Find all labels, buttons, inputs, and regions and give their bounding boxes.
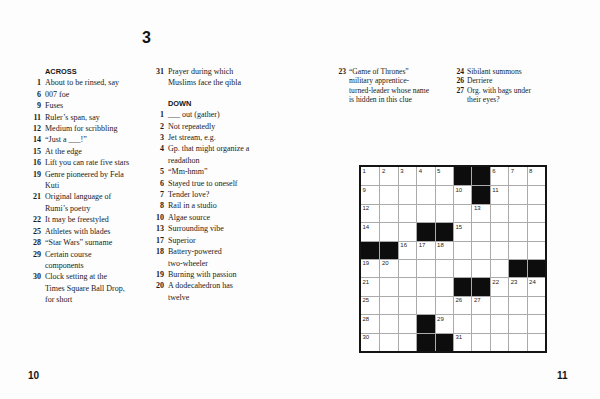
clue-text: Fuses [45, 101, 63, 110]
grid-cell[interactable] [508, 333, 526, 351]
down-clues-24-27-list: 24Sibilant summons26Derriere27Org. with … [455, 67, 577, 105]
grid-cell[interactable]: 19 [361, 259, 379, 277]
book-spread: 3 ACROSS 1About to be rinsed, say6007 fo… [0, 0, 600, 399]
grid-cell[interactable] [527, 296, 545, 314]
black-cell [453, 277, 471, 295]
grid-cell[interactable] [490, 222, 508, 240]
cell-number: 26 [455, 297, 462, 303]
across-clue-1: 1About to be rinsed, say [28, 77, 154, 88]
clue-text: It may be freestyled [45, 215, 109, 224]
down-clue-2: 2Not repeatedly [151, 121, 277, 132]
cell-number: 12 [363, 205, 370, 211]
clue-number: 5 [151, 166, 164, 177]
grid-cell[interactable]: 14 [361, 222, 379, 240]
clue-number: 6 [151, 178, 164, 189]
grid-cell[interactable] [379, 204, 397, 222]
clue-number: 30 [28, 271, 41, 282]
black-cell [527, 259, 545, 277]
clue-text: Surrounding vibe [168, 224, 224, 233]
clue-text: Prayer during which Muslims face the qib… [168, 67, 241, 87]
cell-number: 27 [474, 297, 481, 303]
clue-number: 28 [28, 237, 41, 248]
clue-number: 1 [151, 109, 164, 120]
grid-cell[interactable] [398, 259, 416, 277]
clue-number: 12 [28, 123, 41, 134]
across-clue-22: 22It may be freestyled [28, 214, 154, 225]
grid-cell[interactable]: 1 [361, 167, 379, 185]
grid-cell[interactable]: 7 [508, 167, 526, 185]
grid-cell[interactable]: 8 [527, 167, 545, 185]
grid-cell[interactable]: 24 [527, 277, 545, 295]
clue-text: Certain course components [45, 250, 91, 270]
cell-number: 7 [511, 168, 514, 174]
grid-cell[interactable]: 26 [453, 296, 471, 314]
clue-text: Not repeatedly [168, 122, 215, 131]
clue-text: ___ out (gather) [168, 110, 220, 119]
grid-cell[interactable] [379, 222, 397, 240]
grid-cell[interactable] [490, 259, 508, 277]
clue-text: Superior [168, 236, 196, 245]
cell-number: 25 [363, 297, 370, 303]
grid-cell[interactable]: 10 [453, 185, 471, 203]
grid-cell[interactable] [398, 277, 416, 295]
clue-text: At the edge [45, 147, 82, 156]
grid-cell[interactable] [453, 314, 471, 332]
grid-cell[interactable] [527, 222, 545, 240]
clue-text: Sibilant summons [467, 67, 522, 76]
clue-number: 1 [28, 77, 41, 88]
down-header: DOWN [151, 98, 277, 109]
black-cell [508, 259, 526, 277]
clue-number: 21 [28, 191, 41, 202]
clue-number: 11 [28, 112, 41, 123]
across-clue-31-slot: 31Prayer during which Muslims face the q… [151, 66, 277, 89]
clue-number: 27 [455, 86, 464, 95]
clue-text: About to be rinsed, say [45, 78, 119, 87]
grid-cell[interactable]: 27 [471, 296, 489, 314]
grid-cell[interactable]: 13 [471, 204, 489, 222]
grid-cell[interactable] [416, 277, 434, 295]
cell-number: 31 [455, 334, 462, 340]
grid-cell[interactable] [435, 296, 453, 314]
grid-cell[interactable]: 20 [379, 259, 397, 277]
down-clue-27: 27Org. with bags under their eyes? [455, 86, 577, 105]
grid-cell[interactable] [416, 185, 434, 203]
down-clue-26: 26Derriere [455, 76, 577, 85]
clue-text: 007 foe [45, 90, 69, 99]
grid-cell[interactable] [398, 333, 416, 351]
clue-number: 26 [455, 76, 464, 85]
cell-number: 17 [419, 242, 426, 248]
grid-cell[interactable] [398, 185, 416, 203]
across-clues-column: ACROSS 1About to be rinsed, say6007 foe9… [28, 66, 154, 306]
cell-number: 21 [363, 279, 370, 285]
cell-number: 1 [363, 168, 366, 174]
clue-text: Original language of Rumi’s poetry [45, 192, 111, 212]
black-cell [471, 167, 489, 185]
clue-text: Org. with bags under their eyes? [467, 86, 531, 104]
across-clue-14: 14“Just a ___!” [28, 134, 154, 145]
down-clue-8: 8Rail in a studio [151, 200, 277, 211]
grid-cell[interactable] [379, 277, 397, 295]
clue-text: “Mm-hmm” [168, 167, 208, 176]
across-clue-21: 21Original language of Rumi’s poetry [28, 191, 154, 214]
across-clue-31: 31Prayer during which Muslims face the q… [151, 66, 277, 89]
grid-cell[interactable]: 3 [398, 167, 416, 185]
grid-cell[interactable] [398, 296, 416, 314]
grid-cell[interactable] [490, 296, 508, 314]
clue-number: 25 [28, 226, 41, 237]
grid-cell[interactable]: 9 [361, 185, 379, 203]
grid-cell[interactable] [435, 185, 453, 203]
grid-cell[interactable]: 25 [361, 296, 379, 314]
clue-number: 15 [28, 146, 41, 157]
clue-number: 17 [151, 235, 164, 246]
black-cell [379, 241, 397, 259]
clue-text: Athletes with blades [45, 227, 110, 236]
black-cell [361, 241, 379, 259]
grid-cell[interactable] [398, 222, 416, 240]
cell-number: 8 [529, 168, 532, 174]
grid-cell[interactable] [453, 204, 471, 222]
black-cell [471, 277, 489, 295]
clue-number: 14 [28, 134, 41, 145]
grid-cell[interactable] [508, 222, 526, 240]
clue-text: Algae source [168, 213, 210, 222]
right-page-number: 11 [557, 370, 568, 381]
cell-number: 29 [437, 316, 444, 322]
clue-text: Battery-powered two-wheeler [168, 247, 222, 267]
grid-cell[interactable] [508, 185, 526, 203]
grid-cell[interactable] [398, 204, 416, 222]
grid-cell[interactable] [508, 296, 526, 314]
grid-cell[interactable] [379, 296, 397, 314]
cell-number: 20 [382, 260, 389, 266]
clue-number: 29 [28, 249, 41, 260]
grid-cell[interactable] [471, 222, 489, 240]
grid-cell[interactable] [471, 259, 489, 277]
down-clues-list: 1___ out (gather)2Not repeatedly3Jet str… [151, 109, 277, 303]
clue-text: Clock setting at the Times Square Ball D… [45, 272, 125, 304]
clue-text: Jet stream, e.g. [168, 133, 216, 142]
down-clue-5: 5“Mm-hmm” [151, 166, 277, 177]
down-clue-6: 6Stayed true to oneself [151, 178, 277, 189]
across-clue-19: 19Genre pioneered by Fela Kuti [28, 169, 154, 192]
spacer [151, 89, 277, 98]
grid-cell[interactable] [490, 241, 508, 259]
grid-cell[interactable] [453, 241, 471, 259]
clue-text: Lift you can rate five stars [45, 158, 129, 167]
black-cell [471, 185, 489, 203]
grid-cell[interactable]: 2 [379, 167, 397, 185]
clue-number: 8 [151, 200, 164, 211]
grid-cell[interactable]: 4 [416, 167, 434, 185]
black-cell [416, 222, 434, 240]
grid-cell[interactable]: 22 [490, 277, 508, 295]
clue-number: 4 [151, 143, 164, 154]
grid-cell[interactable]: 12 [361, 204, 379, 222]
grid-cell[interactable] [527, 314, 545, 332]
clue-text: Stayed true to oneself [168, 179, 238, 188]
clue-text: Rail in a studio [168, 201, 217, 210]
cell-number: 14 [363, 224, 370, 230]
grid-cell[interactable] [490, 314, 508, 332]
clue-text: Gp. that might organize a readathon [168, 144, 249, 164]
across-clue-29: 29Certain course components [28, 249, 154, 272]
cell-number: 22 [492, 279, 499, 285]
cell-number: 4 [419, 168, 422, 174]
middle-clues-column: 31Prayer during which Muslims face the q… [151, 66, 277, 303]
grid-cell[interactable]: 21 [361, 277, 379, 295]
across-clue-9: 9Fuses [28, 100, 154, 111]
cell-number: 5 [437, 168, 440, 174]
down-clue-20: 20A dodecahedron has twelve [151, 280, 277, 303]
cell-number: 3 [400, 168, 403, 174]
grid-cell[interactable]: 31 [453, 333, 471, 351]
cell-number: 30 [363, 334, 370, 340]
clue-number: 13 [151, 223, 164, 234]
clue-number: 19 [28, 169, 41, 180]
clue-number: 31 [151, 66, 164, 77]
cell-number: 15 [455, 224, 462, 230]
grid-cell[interactable]: 17 [416, 241, 434, 259]
black-cell [416, 314, 434, 332]
across-clue-25: 25Athletes with blades [28, 226, 154, 237]
clue-text: A dodecahedron has twelve [168, 281, 233, 301]
grid-cell[interactable] [490, 333, 508, 351]
clue-number: 18 [151, 246, 164, 257]
clue-text: Medium for scribbling [45, 124, 117, 133]
clue-number: 6 [28, 89, 41, 100]
crossword-grid: 1234567891011121314151617181920212223242… [359, 165, 547, 353]
black-cell [453, 167, 471, 185]
down-clue-17: 17Superior [151, 235, 277, 246]
grid-cell[interactable]: 16 [398, 241, 416, 259]
clue-text: Ruler’s span, say [45, 113, 100, 122]
grid-cell[interactable]: 5 [435, 167, 453, 185]
cell-number: 9 [363, 187, 366, 193]
cell-number: 23 [511, 279, 518, 285]
across-clue-28: 28“Star Wars” surname [28, 237, 154, 248]
grid-cell[interactable]: 6 [490, 167, 508, 185]
clue-text: Genre pioneered by Fela Kuti [45, 170, 124, 190]
grid-cell[interactable]: 11 [490, 185, 508, 203]
clue-number: 19 [151, 269, 164, 280]
grid-cell[interactable] [435, 204, 453, 222]
black-cell [435, 222, 453, 240]
clue-text: Burning with passion [168, 270, 236, 279]
down-clue-18: 18Battery-powered two-wheeler [151, 246, 277, 269]
across-clues-list: 1About to be rinsed, say6007 foe9Fuses11… [28, 77, 154, 305]
black-cell [435, 333, 453, 351]
grid-cell[interactable] [379, 333, 397, 351]
across-clue-16: 16Lift you can rate five stars [28, 157, 154, 168]
grid-cell[interactable] [379, 185, 397, 203]
down-clue-23-slot: 23“Game of Thrones” military apprentice-… [337, 67, 457, 105]
grid-cell[interactable] [435, 259, 453, 277]
grid-cell[interactable] [471, 241, 489, 259]
clue-number: 7 [151, 189, 164, 200]
grid-cell[interactable] [416, 259, 434, 277]
down-clue-10: 10Algae source [151, 212, 277, 223]
clue-number: 24 [455, 67, 464, 76]
clue-number: 9 [28, 100, 41, 111]
cell-number: 16 [400, 242, 407, 248]
puzzle-number-heading: 3 [142, 29, 151, 47]
clue-text: Tender love? [168, 190, 209, 199]
right-page-clues-column-1: 23“Game of Thrones” military apprentice-… [337, 67, 457, 105]
grid-cell[interactable] [527, 185, 545, 203]
down-clue-19: 19Burning with passion [151, 269, 277, 280]
cell-number: 24 [529, 279, 536, 285]
black-cell [416, 333, 434, 351]
grid-cell[interactable] [527, 204, 545, 222]
clue-number: 22 [28, 214, 41, 225]
grid-cell[interactable] [508, 204, 526, 222]
cell-number: 6 [492, 168, 495, 174]
grid-cell[interactable]: 29 [435, 314, 453, 332]
clue-text: “Star Wars” surname [45, 238, 112, 247]
grid-cell[interactable] [398, 314, 416, 332]
grid-cell[interactable]: 18 [435, 241, 453, 259]
grid-cell[interactable] [490, 204, 508, 222]
clue-number: 16 [28, 157, 41, 168]
left-page-number: 10 [28, 370, 39, 381]
grid-cell[interactable] [416, 204, 434, 222]
across-clue-6: 6007 foe [28, 89, 154, 100]
across-clue-11: 11Ruler’s span, say [28, 112, 154, 123]
cell-number: 10 [455, 187, 462, 193]
grid-cell[interactable] [453, 259, 471, 277]
cell-number: 18 [437, 242, 444, 248]
grid-cell[interactable] [435, 277, 453, 295]
down-clue-24: 24Sibilant summons [455, 67, 577, 76]
clue-text: Derriere [467, 76, 492, 85]
grid-cell[interactable] [527, 333, 545, 351]
cell-number: 28 [363, 316, 370, 322]
cell-number: 11 [492, 187, 498, 193]
grid-cell[interactable] [471, 333, 489, 351]
down-clue-7: 7Tender love? [151, 189, 277, 200]
grid-cell[interactable]: 15 [453, 222, 471, 240]
grid-cell[interactable] [508, 314, 526, 332]
across-header: ACROSS [28, 66, 154, 77]
grid-cell[interactable] [416, 296, 434, 314]
down-clue-1: 1___ out (gather) [151, 109, 277, 120]
clue-number: 3 [151, 132, 164, 143]
grid-cell[interactable] [471, 314, 489, 332]
down-clue-13: 13Surrounding vibe [151, 223, 277, 234]
across-clue-30: 30Clock setting at the Times Square Ball… [28, 271, 154, 305]
clue-text: “Game of Thrones” military apprentice- t… [349, 67, 429, 104]
clue-number: 10 [151, 212, 164, 223]
across-clue-15: 15At the edge [28, 146, 154, 157]
grid-cell[interactable] [508, 241, 526, 259]
clue-number: 23 [337, 67, 346, 76]
down-clue-23: 23“Game of Thrones” military apprentice-… [337, 67, 457, 105]
cell-number: 13 [474, 205, 481, 211]
grid-cell[interactable] [379, 314, 397, 332]
grid-cell[interactable]: 23 [508, 277, 526, 295]
cell-number: 2 [382, 168, 385, 174]
grid-cell[interactable] [527, 241, 545, 259]
down-clue-3: 3Jet stream, e.g. [151, 132, 277, 143]
down-clue-4: 4Gp. that might organize a readathon [151, 143, 277, 166]
cell-number: 19 [363, 260, 370, 266]
right-page-clues-column-2: 24Sibilant summons26Derriere27Org. with … [455, 67, 577, 105]
clue-text: “Just a ___!” [45, 135, 87, 144]
grid-cell[interactable]: 28 [361, 314, 379, 332]
clue-number: 20 [151, 280, 164, 291]
clue-number: 2 [151, 121, 164, 132]
across-clue-12: 12Medium for scribbling [28, 123, 154, 134]
grid-cell[interactable]: 30 [361, 333, 379, 351]
